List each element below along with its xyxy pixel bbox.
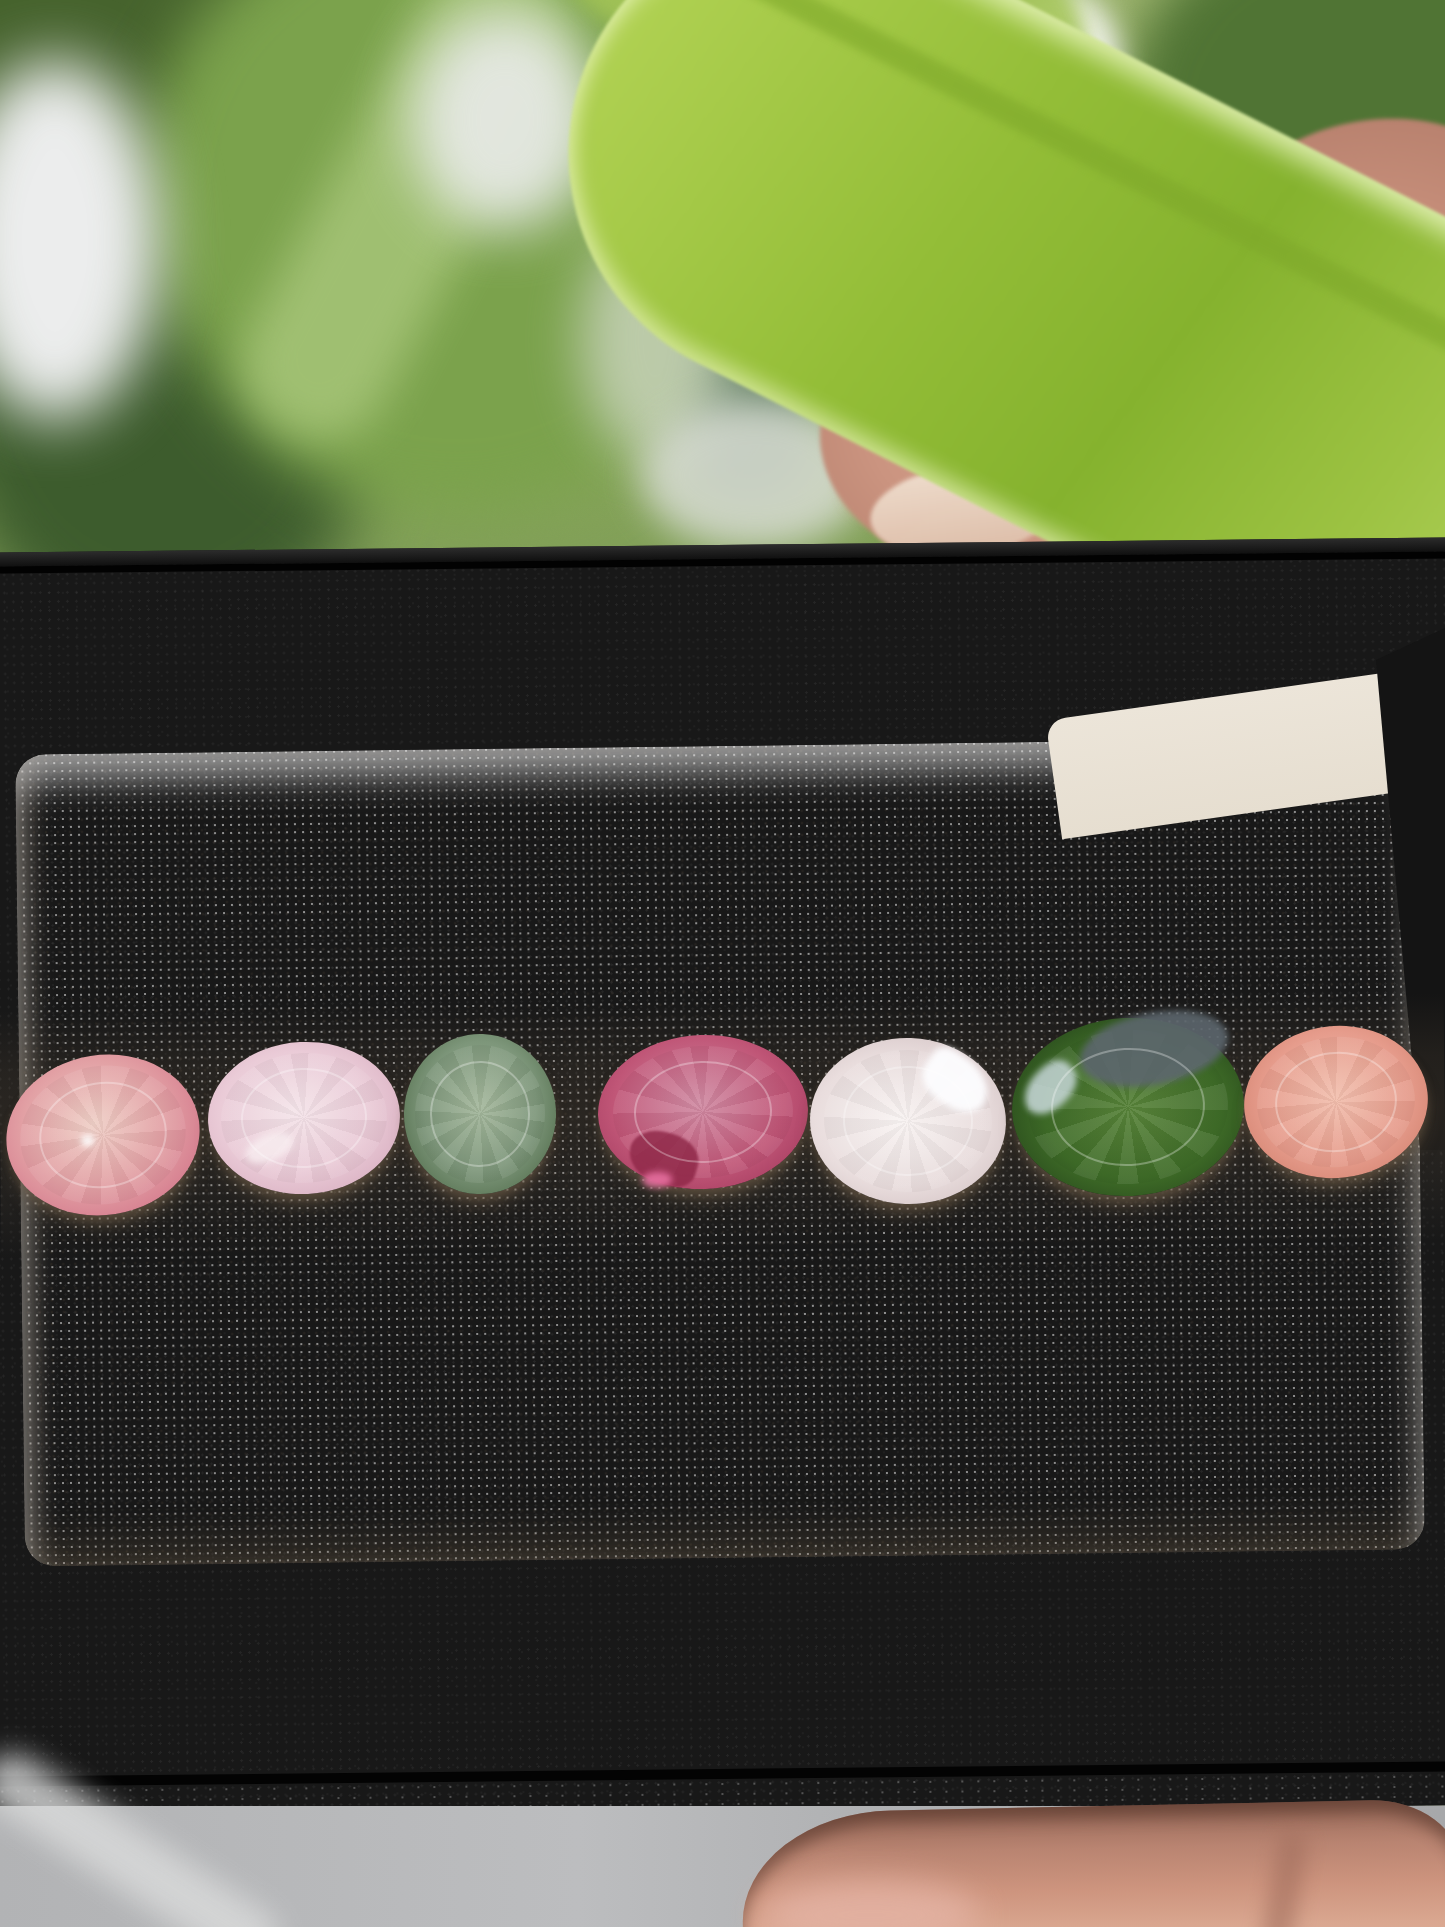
gemstone-box-photo <box>0 0 1445 1927</box>
gem-1-sparkle <box>80 1133 96 1147</box>
gem-2-sparkle <box>241 1126 297 1169</box>
